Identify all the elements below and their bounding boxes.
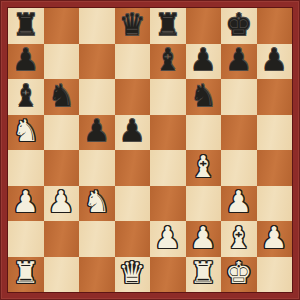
chess-board-frame: ♜♛♜♚♟♝♟♟♟♝♞♞♞♟♟♝♟♟♞♟♟♟♝♟♜♛♜♚	[0, 0, 300, 300]
black-pawn-d5: ♟	[119, 116, 146, 146]
square-f1[interactable]: ♜	[186, 257, 222, 293]
square-d7[interactable]	[115, 44, 151, 80]
black-bishop-a6: ♝	[12, 81, 39, 111]
square-b4[interactable]	[44, 150, 80, 186]
square-d6[interactable]	[115, 79, 151, 115]
white-pawn-g3: ♟	[225, 187, 252, 217]
square-e5[interactable]	[150, 115, 186, 151]
white-knight-c3: ♞	[83, 187, 110, 217]
square-e4[interactable]	[150, 150, 186, 186]
square-e8[interactable]: ♜	[150, 8, 186, 44]
white-pawn-f2: ♟	[190, 223, 217, 253]
square-h7[interactable]: ♟	[257, 44, 293, 80]
white-pawn-b3: ♟	[48, 187, 75, 217]
square-g1[interactable]: ♚	[221, 257, 257, 293]
square-b6[interactable]: ♞	[44, 79, 80, 115]
square-a8[interactable]: ♜	[8, 8, 44, 44]
square-d2[interactable]	[115, 221, 151, 257]
square-e1[interactable]	[150, 257, 186, 293]
white-knight-a5: ♞	[12, 116, 39, 146]
square-c6[interactable]	[79, 79, 115, 115]
black-knight-f6: ♞	[190, 81, 217, 111]
white-pawn-a3: ♟	[12, 187, 39, 217]
square-b1[interactable]	[44, 257, 80, 293]
square-g8[interactable]: ♚	[221, 8, 257, 44]
square-d1[interactable]: ♛	[115, 257, 151, 293]
square-f2[interactable]: ♟	[186, 221, 222, 257]
square-g7[interactable]: ♟	[221, 44, 257, 80]
square-d8[interactable]: ♛	[115, 8, 151, 44]
square-h4[interactable]	[257, 150, 293, 186]
square-g5[interactable]	[221, 115, 257, 151]
square-b2[interactable]	[44, 221, 80, 257]
black-queen-d8: ♛	[119, 10, 146, 40]
square-e6[interactable]	[150, 79, 186, 115]
white-king-g1: ♚	[225, 258, 252, 288]
square-b5[interactable]	[44, 115, 80, 151]
square-h2[interactable]: ♟	[257, 221, 293, 257]
square-h3[interactable]	[257, 186, 293, 222]
white-rook-a1: ♜	[12, 258, 39, 288]
white-bishop-g2: ♝	[225, 223, 252, 253]
black-king-g8: ♚	[225, 10, 252, 40]
square-a4[interactable]	[8, 150, 44, 186]
black-pawn-h7: ♟	[261, 45, 288, 75]
square-g2[interactable]: ♝	[221, 221, 257, 257]
white-pawn-e2: ♟	[154, 223, 181, 253]
square-b8[interactable]	[44, 8, 80, 44]
square-h6[interactable]	[257, 79, 293, 115]
white-queen-d1: ♛	[119, 258, 146, 288]
square-f8[interactable]	[186, 8, 222, 44]
square-e2[interactable]: ♟	[150, 221, 186, 257]
black-pawn-c5: ♟	[83, 116, 110, 146]
chess-board: ♜♛♜♚♟♝♟♟♟♝♞♞♞♟♟♝♟♟♞♟♟♟♝♟♜♛♜♚	[8, 8, 292, 292]
square-c1[interactable]	[79, 257, 115, 293]
black-pawn-a7: ♟	[12, 45, 39, 75]
square-a5[interactable]: ♞	[8, 115, 44, 151]
square-a1[interactable]: ♜	[8, 257, 44, 293]
square-g4[interactable]	[221, 150, 257, 186]
square-c2[interactable]	[79, 221, 115, 257]
square-g3[interactable]: ♟	[221, 186, 257, 222]
square-d5[interactable]: ♟	[115, 115, 151, 151]
square-d4[interactable]	[115, 150, 151, 186]
square-b3[interactable]: ♟	[44, 186, 80, 222]
square-c4[interactable]	[79, 150, 115, 186]
white-pawn-h2: ♟	[261, 223, 288, 253]
square-h5[interactable]	[257, 115, 293, 151]
square-h1[interactable]	[257, 257, 293, 293]
square-c8[interactable]	[79, 8, 115, 44]
square-a2[interactable]	[8, 221, 44, 257]
square-d3[interactable]	[115, 186, 151, 222]
square-c5[interactable]: ♟	[79, 115, 115, 151]
black-bishop-e7: ♝	[154, 45, 181, 75]
square-f5[interactable]	[186, 115, 222, 151]
white-rook-f1: ♜	[190, 258, 217, 288]
square-h8[interactable]	[257, 8, 293, 44]
square-c3[interactable]: ♞	[79, 186, 115, 222]
square-e7[interactable]: ♝	[150, 44, 186, 80]
black-knight-b6: ♞	[48, 81, 75, 111]
square-e3[interactable]	[150, 186, 186, 222]
square-f3[interactable]	[186, 186, 222, 222]
square-a6[interactable]: ♝	[8, 79, 44, 115]
white-bishop-f4: ♝	[190, 152, 217, 182]
square-a3[interactable]: ♟	[8, 186, 44, 222]
black-pawn-g7: ♟	[225, 45, 252, 75]
black-rook-a8: ♜	[12, 10, 39, 40]
square-c7[interactable]	[79, 44, 115, 80]
square-f7[interactable]: ♟	[186, 44, 222, 80]
black-pawn-f7: ♟	[190, 45, 217, 75]
square-g6[interactable]	[221, 79, 257, 115]
square-f4[interactable]: ♝	[186, 150, 222, 186]
black-rook-e8: ♜	[154, 10, 181, 40]
square-a7[interactable]: ♟	[8, 44, 44, 80]
square-f6[interactable]: ♞	[186, 79, 222, 115]
square-b7[interactable]	[44, 44, 80, 80]
